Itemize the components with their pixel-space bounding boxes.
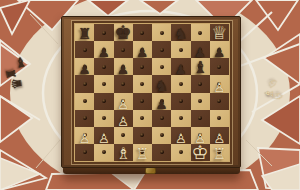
square-c7[interactable] (114, 41, 133, 58)
peg-hole (217, 65, 221, 69)
square-e7[interactable] (152, 41, 171, 58)
peg-hole (140, 116, 144, 120)
square-a4[interactable] (75, 93, 94, 110)
peg-hole (179, 99, 183, 103)
peg-hole (102, 31, 106, 35)
square-e4[interactable]: ♟ (152, 93, 171, 110)
square-h6[interactable] (210, 58, 229, 75)
black-knight-f8[interactable]: ♞ (174, 27, 187, 42)
brass-clasp[interactable] (145, 167, 156, 174)
chess-board: ♜♚♞♕♟♟♟♟♟♟♟♝♞♙♙♟♙♙♙♙♙♙♗♖♔♖ (74, 23, 230, 162)
peg-hole (121, 48, 125, 52)
square-a3[interactable] (75, 110, 94, 127)
peg-hole (83, 82, 87, 86)
board-grid: ♜♚♞♕♟♟♟♟♟♟♟♝♞♙♙♟♙♙♙♙♙♙♗♖♔♖ (75, 24, 229, 161)
peg-hole (140, 65, 144, 69)
peg-hole (179, 116, 183, 120)
square-c8[interactable]: ♚ (114, 24, 133, 41)
peg-hole (83, 116, 87, 120)
peg-hole (102, 116, 106, 120)
peg-hole (160, 116, 164, 120)
square-h1[interactable]: ♖ (210, 144, 229, 161)
square-h4[interactable] (210, 93, 229, 110)
peg-hole (160, 48, 164, 52)
square-a6[interactable]: ♟ (75, 58, 94, 75)
peg-hole (140, 31, 144, 35)
square-e2[interactable] (152, 127, 171, 144)
square-a5[interactable] (75, 75, 94, 92)
peg-hole (83, 48, 87, 52)
peg-hole (198, 116, 202, 120)
square-f3[interactable] (171, 110, 190, 127)
square-a8[interactable]: ♜ (75, 24, 94, 41)
white-rook-h1[interactable]: ♖ (213, 147, 226, 162)
square-b3[interactable] (94, 110, 113, 127)
square-g6[interactable]: ♝ (191, 58, 210, 75)
black-king-c8[interactable]: ♚ (115, 23, 132, 42)
square-h8[interactable]: ♕ (210, 24, 229, 41)
square-f2[interactable]: ♙ (171, 127, 190, 144)
square-f6[interactable]: ♟ (171, 58, 190, 75)
square-g3[interactable] (191, 110, 210, 127)
square-f7[interactable] (171, 41, 190, 58)
peg-hole (160, 31, 164, 35)
square-b6[interactable] (94, 58, 113, 75)
square-g7[interactable]: ♟ (191, 41, 210, 58)
peg-hole (217, 116, 221, 120)
square-e6[interactable] (152, 58, 171, 75)
square-d8[interactable] (133, 24, 152, 41)
peg-hole (160, 150, 164, 154)
square-d1[interactable]: ♖ (133, 144, 152, 161)
peg-hole (102, 82, 106, 86)
black-knight-e5[interactable]: ♞ (155, 79, 168, 94)
peg-hole (83, 99, 87, 103)
peg-hole (179, 48, 183, 52)
square-b8[interactable] (94, 24, 113, 41)
square-d5[interactable] (133, 75, 152, 92)
black-bishop-g6[interactable]: ♝ (193, 60, 207, 76)
captured-piece: ♛ (10, 77, 24, 90)
peg-hole (102, 65, 106, 69)
captured-piece: ♘ (271, 90, 284, 102)
white-queen-h8[interactable]: ♕ (211, 24, 227, 42)
white-king-g1[interactable]: ♔ (192, 143, 209, 162)
square-b4[interactable] (94, 93, 113, 110)
square-g4[interactable] (191, 93, 210, 110)
square-f5[interactable] (171, 75, 190, 92)
square-f8[interactable]: ♞ (171, 24, 190, 41)
square-c3[interactable]: ♙ (114, 110, 133, 127)
square-b7[interactable]: ♟ (94, 41, 113, 58)
square-c6[interactable]: ♟ (114, 58, 133, 75)
peg-hole (217, 99, 221, 103)
peg-hole (121, 133, 125, 137)
white-bishop-c1[interactable]: ♗ (116, 146, 130, 162)
peg-hole (140, 133, 144, 137)
square-d3[interactable] (133, 110, 152, 127)
square-c4[interactable]: ♙ (114, 93, 133, 110)
peg-hole (121, 82, 125, 86)
square-c2[interactable] (114, 127, 133, 144)
square-e8[interactable] (152, 24, 171, 41)
peg-hole (140, 99, 144, 103)
peg-hole (102, 150, 106, 154)
peg-hole (160, 65, 164, 69)
square-d7[interactable]: ♟ (133, 41, 152, 58)
square-e5[interactable]: ♞ (152, 75, 171, 92)
square-d2[interactable] (133, 127, 152, 144)
white-rook-d1[interactable]: ♖ (136, 147, 149, 162)
square-b1[interactable] (94, 144, 113, 161)
square-h3[interactable] (210, 110, 229, 127)
peg-hole (179, 82, 183, 86)
peg-hole (140, 82, 144, 86)
square-a1[interactable] (75, 144, 94, 161)
photo-scene: ♝♜♛ ♘♗♘ ♜♚♞♕♟♟♟♟♟♟♟♝♞♙♙♟♙♙♙♙♙♙♗♖♔♖ (0, 0, 300, 190)
square-a2[interactable]: ♙ (75, 127, 94, 144)
square-b2[interactable]: ♙ (94, 127, 113, 144)
square-g5[interactable] (191, 75, 210, 92)
square-g8[interactable] (191, 24, 210, 41)
peg-hole (102, 99, 106, 103)
square-e1[interactable] (152, 144, 171, 161)
peg-hole (198, 31, 202, 35)
square-e3[interactable] (152, 110, 171, 127)
chess-board-frame: ♜♚♞♕♟♟♟♟♟♟♟♝♞♙♙♟♙♙♙♙♙♙♗♖♔♖ (61, 16, 241, 168)
square-h2[interactable]: ♙ (210, 127, 229, 144)
square-d6[interactable] (133, 58, 152, 75)
square-b5[interactable] (94, 75, 113, 92)
square-c5[interactable] (114, 75, 133, 92)
square-a7[interactable] (75, 41, 94, 58)
square-d4[interactable] (133, 93, 152, 110)
peg-hole (83, 150, 87, 154)
peg-hole (179, 150, 183, 154)
peg-hole (160, 133, 164, 137)
square-f1[interactable] (171, 144, 190, 161)
peg-hole (198, 99, 202, 103)
square-f4[interactable] (171, 93, 190, 110)
square-h7[interactable]: ♟ (210, 41, 229, 58)
peg-hole (198, 82, 202, 86)
square-h5[interactable]: ♙ (210, 75, 229, 92)
black-rook-a8[interactable]: ♜ (78, 27, 91, 42)
square-g1[interactable]: ♔ (191, 144, 210, 161)
square-c1[interactable]: ♗ (114, 144, 133, 161)
